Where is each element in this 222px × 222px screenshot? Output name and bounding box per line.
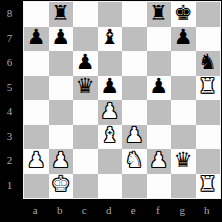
file-label-e: e bbox=[121, 201, 146, 219]
square-h8[interactable] bbox=[196, 2, 221, 27]
piece-white-king[interactable]: ♚ bbox=[51, 174, 70, 195]
square-g1[interactable] bbox=[171, 174, 196, 199]
piece-black-pawn[interactable]: ♟ bbox=[174, 27, 193, 48]
square-a3[interactable] bbox=[24, 125, 49, 150]
square-b2[interactable]: ♟ bbox=[49, 149, 74, 174]
square-e2[interactable]: ♞ bbox=[122, 149, 147, 174]
square-b3[interactable] bbox=[49, 125, 74, 150]
square-e8[interactable] bbox=[122, 2, 147, 27]
piece-white-pawn[interactable]: ♟ bbox=[100, 101, 119, 122]
square-d6[interactable] bbox=[98, 51, 123, 76]
chess-diagram: ♜♜♚♟♟♝♟♟♞♛♟♟♜♟♝♟♟♟♞♟♛♚♜ 87654321abcdefgh bbox=[0, 0, 222, 222]
rank-label-2: 2 bbox=[0, 148, 19, 173]
square-f5[interactable]: ♟ bbox=[147, 76, 172, 101]
piece-black-pawn[interactable]: ♟ bbox=[76, 52, 95, 73]
square-h6[interactable]: ♞ bbox=[196, 51, 221, 76]
square-f8[interactable]: ♜ bbox=[147, 2, 172, 27]
square-c6[interactable]: ♟ bbox=[73, 51, 98, 76]
piece-white-pawn[interactable]: ♟ bbox=[125, 125, 144, 146]
rank-label-5: 5 bbox=[0, 75, 19, 100]
piece-black-pawn[interactable]: ♟ bbox=[27, 27, 46, 48]
piece-black-knight[interactable]: ♞ bbox=[198, 52, 217, 73]
square-c7[interactable] bbox=[73, 27, 98, 52]
file-label-c: c bbox=[72, 201, 97, 219]
square-g5[interactable] bbox=[171, 76, 196, 101]
square-g8[interactable]: ♚ bbox=[171, 2, 196, 27]
piece-black-rook[interactable]: ♜ bbox=[51, 3, 70, 24]
square-g7[interactable]: ♟ bbox=[171, 27, 196, 52]
piece-white-pawn[interactable]: ♟ bbox=[51, 150, 70, 171]
file-label-f: f bbox=[146, 201, 171, 219]
square-f4[interactable] bbox=[147, 100, 172, 125]
square-d8[interactable] bbox=[98, 2, 123, 27]
square-c4[interactable] bbox=[73, 100, 98, 125]
file-label-d: d bbox=[97, 201, 122, 219]
rank-label-1: 1 bbox=[0, 173, 19, 198]
chess-board: ♜♜♚♟♟♝♟♟♞♛♟♟♜♟♝♟♟♟♞♟♛♚♜ bbox=[23, 1, 221, 199]
square-e1[interactable] bbox=[122, 174, 147, 199]
piece-black-pawn[interactable]: ♟ bbox=[100, 76, 119, 97]
square-b6[interactable] bbox=[49, 51, 74, 76]
square-f2[interactable]: ♟ bbox=[147, 149, 172, 174]
square-e4[interactable] bbox=[122, 100, 147, 125]
piece-black-bishop[interactable]: ♝ bbox=[100, 27, 119, 48]
file-label-h: h bbox=[195, 201, 220, 219]
piece-black-queen[interactable]: ♛ bbox=[76, 76, 95, 97]
square-a6[interactable] bbox=[24, 51, 49, 76]
square-h3[interactable] bbox=[196, 125, 221, 150]
square-f3[interactable] bbox=[147, 125, 172, 150]
square-a2[interactable]: ♟ bbox=[24, 149, 49, 174]
square-a8[interactable] bbox=[24, 2, 49, 27]
square-g4[interactable] bbox=[171, 100, 196, 125]
piece-black-queen[interactable]: ♛ bbox=[174, 150, 193, 171]
square-b5[interactable] bbox=[49, 76, 74, 101]
square-b1[interactable]: ♚ bbox=[49, 174, 74, 199]
square-b8[interactable]: ♜ bbox=[49, 2, 74, 27]
square-h2[interactable] bbox=[196, 149, 221, 174]
square-b7[interactable]: ♟ bbox=[49, 27, 74, 52]
piece-black-king[interactable]: ♚ bbox=[174, 3, 193, 24]
piece-white-bishop[interactable]: ♝ bbox=[100, 125, 119, 146]
piece-black-pawn[interactable]: ♟ bbox=[51, 27, 70, 48]
square-a5[interactable] bbox=[24, 76, 49, 101]
square-e5[interactable] bbox=[122, 76, 147, 101]
square-h5[interactable]: ♜ bbox=[196, 76, 221, 101]
square-f7[interactable] bbox=[147, 27, 172, 52]
square-c3[interactable] bbox=[73, 125, 98, 150]
square-d4[interactable]: ♟ bbox=[98, 100, 123, 125]
square-d3[interactable]: ♝ bbox=[98, 125, 123, 150]
square-d7[interactable]: ♝ bbox=[98, 27, 123, 52]
square-g2[interactable]: ♛ bbox=[171, 149, 196, 174]
square-b4[interactable] bbox=[49, 100, 74, 125]
square-c2[interactable] bbox=[73, 149, 98, 174]
square-e6[interactable] bbox=[122, 51, 147, 76]
square-g3[interactable] bbox=[171, 125, 196, 150]
square-a1[interactable] bbox=[24, 174, 49, 199]
square-d2[interactable] bbox=[98, 149, 123, 174]
rank-label-4: 4 bbox=[0, 99, 19, 124]
square-g6[interactable] bbox=[171, 51, 196, 76]
square-f1[interactable] bbox=[147, 174, 172, 199]
file-label-g: g bbox=[170, 201, 195, 219]
piece-white-pawn[interactable]: ♟ bbox=[27, 150, 46, 171]
square-h4[interactable] bbox=[196, 100, 221, 125]
square-d5[interactable]: ♟ bbox=[98, 76, 123, 101]
square-e3[interactable]: ♟ bbox=[122, 125, 147, 150]
piece-white-knight[interactable]: ♞ bbox=[125, 150, 144, 171]
square-e7[interactable] bbox=[122, 27, 147, 52]
file-label-b: b bbox=[48, 201, 73, 219]
square-c5[interactable]: ♛ bbox=[73, 76, 98, 101]
piece-white-pawn[interactable]: ♟ bbox=[149, 150, 168, 171]
square-f6[interactable] bbox=[147, 51, 172, 76]
piece-white-rook[interactable]: ♜ bbox=[198, 76, 217, 97]
piece-black-pawn[interactable]: ♟ bbox=[149, 76, 168, 97]
rank-label-8: 8 bbox=[0, 1, 19, 26]
square-d1[interactable] bbox=[98, 174, 123, 199]
rank-label-7: 7 bbox=[0, 26, 19, 51]
piece-white-rook[interactable]: ♜ bbox=[198, 174, 217, 195]
file-label-a: a bbox=[23, 201, 48, 219]
rank-label-6: 6 bbox=[0, 50, 19, 75]
square-h7[interactable] bbox=[196, 27, 221, 52]
square-h1[interactable]: ♜ bbox=[196, 174, 221, 199]
rank-label-3: 3 bbox=[0, 124, 19, 149]
square-a7[interactable]: ♟ bbox=[24, 27, 49, 52]
square-a4[interactable] bbox=[24, 100, 49, 125]
square-c1[interactable] bbox=[73, 174, 98, 199]
piece-black-rook[interactable]: ♜ bbox=[149, 3, 168, 24]
square-c8[interactable] bbox=[73, 2, 98, 27]
